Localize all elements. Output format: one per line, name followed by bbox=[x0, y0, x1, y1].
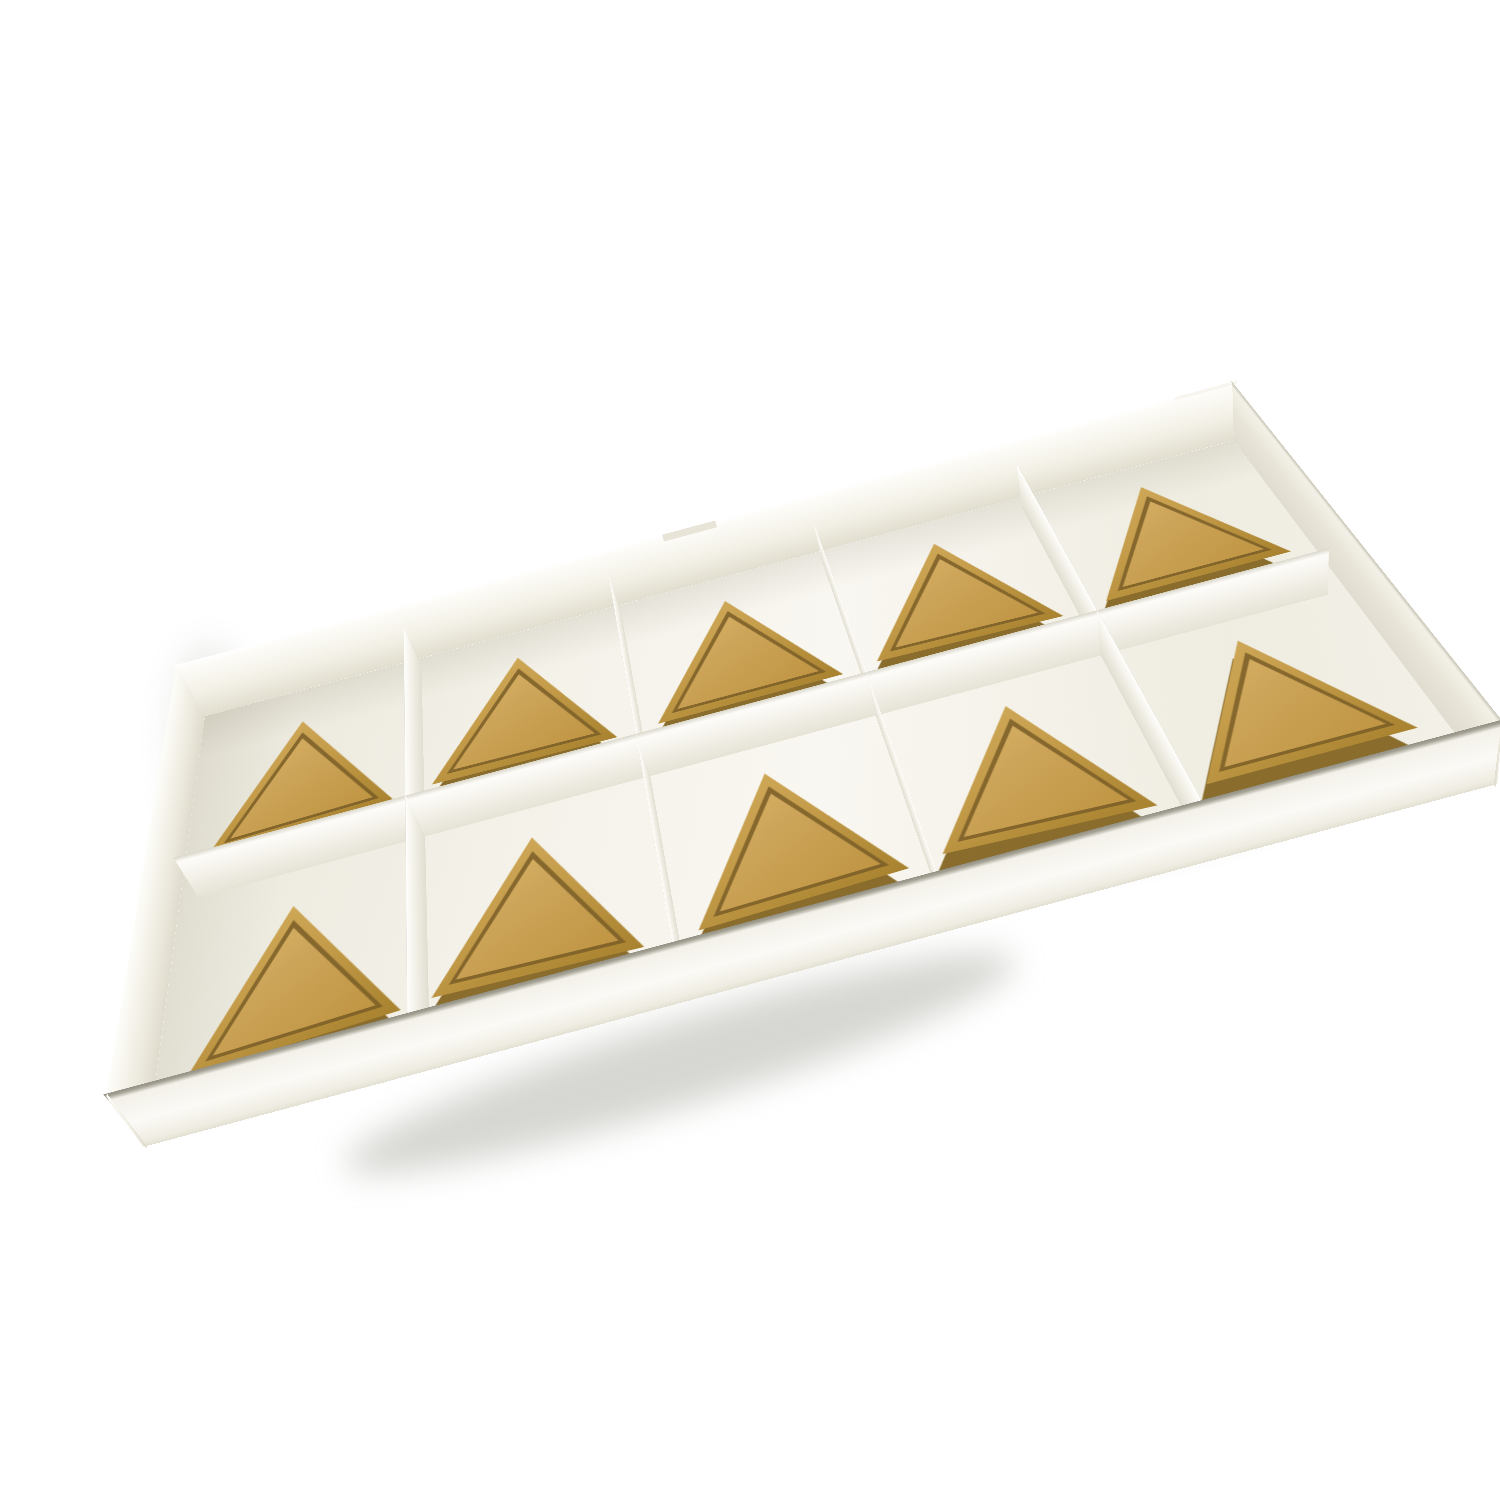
perspective-scene bbox=[0, 0, 1500, 1500]
photo-stage bbox=[0, 0, 1500, 1500]
insert-tray-floor bbox=[147, 441, 1494, 1146]
insert-center-face bbox=[936, 708, 1128, 837]
lid-hinge-notch bbox=[662, 520, 717, 541]
lid-hinge-tab bbox=[1174, 366, 1241, 400]
insert-center-face bbox=[1174, 639, 1386, 767]
